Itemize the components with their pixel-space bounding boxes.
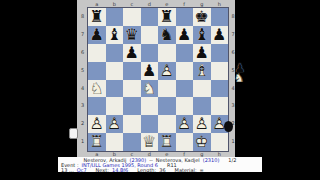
current-move[interactable]: Qc7 (77, 167, 87, 173)
square-f7[interactable]: ♟ (176, 26, 194, 44)
next-label: Next: (96, 167, 109, 173)
rank-label-right-1: 1 (229, 133, 238, 151)
piece-white-rook: ♜♖ (88, 133, 106, 151)
square-e7[interactable]: ♞ (158, 26, 176, 44)
file-label-bottom-c: c (123, 151, 141, 157)
square-b7[interactable]: ♝ (106, 26, 124, 44)
square-e2[interactable] (158, 115, 176, 133)
rank-label-left-7: 7 (78, 26, 87, 44)
square-d3[interactable] (141, 97, 159, 115)
square-a4[interactable]: ♞♘ (88, 80, 106, 98)
piece-black-pawn: ♟ (211, 26, 229, 44)
chess-app-window: ♜♜♚♟♝♛♞♟♝♟♟♟♟♟♙♝♗♞♘♞♘♟♙♟♙♟♙♟♙♟♙♜♖♛♕♜♖♚♔ … (0, 0, 320, 180)
square-g7[interactable]: ♝ (193, 26, 211, 44)
square-f4[interactable] (176, 80, 194, 98)
game-info-bar: Nesterov, Arkadij(2390)--Nesterova, Kadj… (58, 157, 262, 172)
square-f3[interactable] (176, 97, 194, 115)
square-e5[interactable]: ♟♙ (158, 62, 176, 80)
square-a6[interactable] (88, 44, 106, 62)
piece-outline: ♖ (88, 133, 106, 151)
rank-label-right-8: 8 (229, 8, 238, 26)
square-h6[interactable] (211, 44, 229, 62)
square-h8[interactable] (211, 8, 229, 26)
square-d5[interactable]: ♟ (141, 62, 159, 80)
piece-black-bishop: ♝ (106, 26, 124, 44)
square-f1[interactable] (176, 133, 194, 151)
file-label-top-g: g (193, 1, 211, 7)
file-label-top-f: f (176, 1, 194, 7)
square-f5[interactable] (176, 62, 194, 80)
square-c8[interactable] (123, 8, 141, 26)
file-label-top-c: c (123, 1, 141, 7)
piece-black-pawn: ♟ (123, 44, 141, 62)
piece-outline: ♙ (106, 115, 124, 133)
square-e3[interactable] (158, 97, 176, 115)
rank-label-left-3: 3 (78, 97, 87, 115)
square-g5[interactable]: ♝♗ (193, 62, 211, 80)
square-d2[interactable] (141, 115, 159, 133)
square-b6[interactable] (106, 44, 124, 62)
length-label: Length: (137, 167, 156, 173)
square-b5[interactable] (106, 62, 124, 80)
piece-black-king: ♚ (193, 8, 211, 26)
square-e4[interactable] (158, 80, 176, 98)
square-e1[interactable]: ♜♖ (158, 133, 176, 151)
piece-white-knight: ♞♘ (88, 80, 106, 98)
rank-label-left-6: 6 (78, 44, 87, 62)
square-b1[interactable] (106, 133, 124, 151)
rank-label-right-3: 3 (229, 97, 238, 115)
square-h3[interactable] (211, 97, 229, 115)
square-e6[interactable] (158, 44, 176, 62)
square-d7[interactable] (141, 26, 159, 44)
square-a5[interactable] (88, 62, 106, 80)
square-c2[interactable] (123, 115, 141, 133)
square-a3[interactable] (88, 97, 106, 115)
square-c7[interactable]: ♛ (123, 26, 141, 44)
file-label-bottom-f: f (176, 151, 194, 157)
piece-black-pawn: ♟ (141, 62, 159, 80)
square-f2[interactable]: ♟♙ (176, 115, 194, 133)
piece-black-bishop: ♝ (193, 26, 211, 44)
square-c1[interactable] (123, 133, 141, 151)
piece-white-pawn: ♟♙ (158, 62, 176, 80)
square-g3[interactable] (193, 97, 211, 115)
piece-white-pawn: ♟♙ (176, 115, 194, 133)
piece-black-pawn: ♟ (176, 26, 194, 44)
square-a2[interactable]: ♟♙ (88, 115, 106, 133)
file-label-top-h: h (211, 1, 229, 7)
piece-black-queen: ♛ (123, 26, 141, 44)
piece-black-rook: ♜ (88, 8, 106, 26)
square-a7[interactable]: ♟ (88, 26, 106, 44)
piece-white-rook: ♜♖ (158, 133, 176, 151)
square-b8[interactable] (106, 8, 124, 26)
rank-label-left-5: 5 (78, 62, 87, 80)
piece-black-pawn: ♟ (88, 26, 106, 44)
rank-label-left-1: 1 (78, 133, 87, 151)
square-g6[interactable]: ♟ (193, 44, 211, 62)
move-line: 13 ...Qc7Next:14.Bf6Length:36Material:= (58, 168, 262, 173)
rank-label-left-2: 2 (78, 115, 87, 133)
black-side-marker (224, 121, 233, 132)
square-c5[interactable] (123, 62, 141, 80)
square-d8[interactable] (141, 8, 159, 26)
piece-outline: ♙ (158, 62, 176, 80)
file-label-top-a: a (88, 1, 106, 7)
white-side-marker (69, 128, 78, 139)
piece-outline: ♖ (158, 133, 176, 151)
square-f8[interactable] (176, 8, 194, 26)
piece-outline: ♙ (193, 115, 211, 133)
square-c4[interactable] (123, 80, 141, 98)
material-label: Material: (175, 167, 197, 173)
square-b3[interactable] (106, 97, 124, 115)
piece-white-king: ♚♔ (193, 133, 211, 151)
square-g1[interactable]: ♚♔ (193, 133, 211, 151)
square-b2[interactable]: ♟♙ (106, 115, 124, 133)
square-f6[interactable] (176, 44, 194, 62)
piece-black-rook: ♜ (158, 8, 176, 26)
current-move-prefix: 13 ... (61, 167, 74, 173)
piece-outline: ♘ (88, 80, 106, 98)
piece-black-knight: ♞ (158, 26, 176, 44)
piece-white-pawn: ♟♙ (106, 115, 124, 133)
file-label-top-e: e (158, 1, 176, 7)
square-g2[interactable]: ♟♙ (193, 115, 211, 133)
length-value: 36 (159, 167, 165, 173)
piece-white-knight: ♞♘ (141, 80, 159, 98)
chess-board: ♜♜♚♟♝♛♞♟♝♟♟♟♟♟♙♝♗♞♘♞♘♟♙♟♙♟♙♟♙♟♙♜♖♛♕♜♖♚♔ (87, 7, 229, 152)
file-label-bottom-e: e (158, 151, 176, 157)
square-b4[interactable] (106, 80, 124, 98)
square-c3[interactable] (123, 97, 141, 115)
rank-label-left-8: 8 (78, 8, 87, 26)
file-label-bottom-g: g (193, 151, 211, 157)
next-move[interactable]: 14.Bf6 (112, 167, 128, 173)
piece-outline: ♔ (193, 133, 211, 151)
piece-outline: ♘ (141, 80, 159, 98)
material-value: = (200, 167, 204, 173)
square-a1[interactable]: ♜♖ (88, 133, 106, 151)
piece-outline: ♙ (88, 115, 106, 133)
square-a8[interactable]: ♜ (88, 8, 106, 26)
rank-label-left-4: 4 (78, 80, 87, 98)
square-e8[interactable]: ♜ (158, 8, 176, 26)
square-h4[interactable] (211, 80, 229, 98)
square-h5[interactable] (211, 62, 229, 80)
square-d4[interactable]: ♞♘ (141, 80, 159, 98)
file-label-bottom-b: b (106, 151, 124, 157)
piece-white-pawn: ♟♙ (193, 115, 211, 133)
file-label-bottom-h: h (211, 151, 229, 157)
square-h1[interactable] (211, 133, 229, 151)
rank-label-right-7: 7 (229, 26, 238, 44)
square-c6[interactable]: ♟ (123, 44, 141, 62)
piece-outline: ♙ (176, 115, 194, 133)
square-d6[interactable] (141, 44, 159, 62)
square-h7[interactable]: ♟ (211, 26, 229, 44)
square-d1[interactable]: ♛♕ (141, 133, 159, 151)
knight-outline: ♘ (232, 72, 246, 84)
square-g4[interactable] (193, 80, 211, 98)
square-g8[interactable]: ♚ (193, 8, 211, 26)
file-label-bottom-d: d (141, 151, 159, 157)
piece-outline: ♗ (193, 62, 211, 80)
piece-white-bishop: ♝♗ (193, 62, 211, 80)
file-label-bottom-a: a (88, 151, 106, 157)
piece-outline: ♕ (141, 133, 159, 151)
piece-white-pawn: ♟♙ (88, 115, 106, 133)
rank-label-right-6: 6 (229, 44, 238, 62)
file-label-top-b: b (106, 1, 124, 7)
piece-black-pawn: ♟ (193, 44, 211, 62)
piece-white-queen: ♛♕ (141, 133, 159, 151)
file-label-top-d: d (141, 1, 159, 7)
